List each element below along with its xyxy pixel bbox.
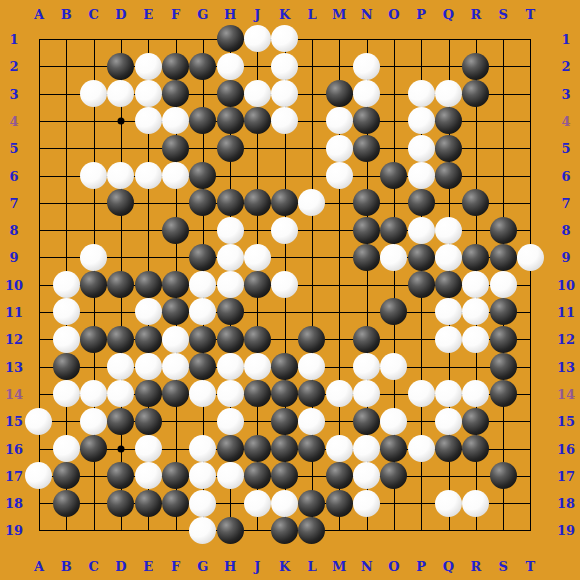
intersection-p13[interactable] xyxy=(408,353,435,380)
intersection-g15[interactable] xyxy=(189,408,216,435)
intersection-k10[interactable] xyxy=(271,271,298,298)
intersection-g3[interactable] xyxy=(189,80,216,107)
intersection-m3[interactable] xyxy=(326,80,353,107)
intersection-l16[interactable] xyxy=(298,435,325,462)
intersection-l11[interactable] xyxy=(298,298,325,325)
intersection-r14[interactable] xyxy=(462,380,489,407)
intersection-f11[interactable] xyxy=(162,298,189,325)
intersection-k2[interactable] xyxy=(271,53,298,80)
intersection-a2[interactable] xyxy=(25,53,52,80)
intersection-p11[interactable] xyxy=(408,298,435,325)
intersection-n19[interactable] xyxy=(353,517,380,544)
intersection-b12[interactable] xyxy=(53,326,80,353)
intersection-j16[interactable] xyxy=(244,435,271,462)
intersection-k11[interactable] xyxy=(271,298,298,325)
intersection-s9[interactable] xyxy=(489,244,516,271)
intersection-q17[interactable] xyxy=(435,462,462,489)
intersection-a13[interactable] xyxy=(25,353,52,380)
intersection-f18[interactable] xyxy=(162,489,189,516)
intersection-o8[interactable] xyxy=(380,216,407,243)
intersection-s13[interactable] xyxy=(489,353,516,380)
intersection-a8[interactable] xyxy=(25,216,52,243)
intersection-k16[interactable] xyxy=(271,435,298,462)
intersection-f3[interactable] xyxy=(162,80,189,107)
intersection-a12[interactable] xyxy=(25,326,52,353)
intersection-g11[interactable] xyxy=(189,298,216,325)
intersection-k14[interactable] xyxy=(271,380,298,407)
intersection-a17[interactable] xyxy=(25,462,52,489)
intersection-f14[interactable] xyxy=(162,380,189,407)
intersection-c17[interactable] xyxy=(80,462,107,489)
intersection-e12[interactable] xyxy=(135,326,162,353)
intersection-s17[interactable] xyxy=(489,462,516,489)
intersection-q11[interactable] xyxy=(435,298,462,325)
intersection-g12[interactable] xyxy=(189,326,216,353)
intersection-a14[interactable] xyxy=(25,380,52,407)
intersection-h5[interactable] xyxy=(216,135,243,162)
intersection-r17[interactable] xyxy=(462,462,489,489)
intersection-k18[interactable] xyxy=(271,489,298,516)
intersection-e16[interactable] xyxy=(135,435,162,462)
intersection-c5[interactable] xyxy=(80,135,107,162)
intersection-l4[interactable] xyxy=(298,107,325,134)
intersection-p6[interactable] xyxy=(408,162,435,189)
intersection-b18[interactable] xyxy=(53,489,80,516)
intersection-s4[interactable] xyxy=(489,107,516,134)
intersection-g6[interactable] xyxy=(189,162,216,189)
intersection-f6[interactable] xyxy=(162,162,189,189)
intersection-a4[interactable] xyxy=(25,107,52,134)
intersection-a18[interactable] xyxy=(25,489,52,516)
intersection-g16[interactable] xyxy=(189,435,216,462)
intersection-a9[interactable] xyxy=(25,244,52,271)
intersection-o10[interactable] xyxy=(380,271,407,298)
intersection-m4[interactable] xyxy=(326,107,353,134)
intersection-r16[interactable] xyxy=(462,435,489,462)
intersection-j8[interactable] xyxy=(244,216,271,243)
intersection-c10[interactable] xyxy=(80,271,107,298)
intersection-h12[interactable] xyxy=(216,326,243,353)
intersection-b2[interactable] xyxy=(53,53,80,80)
intersection-h15[interactable] xyxy=(216,408,243,435)
intersection-o19[interactable] xyxy=(380,517,407,544)
intersection-b6[interactable] xyxy=(53,162,80,189)
intersection-r8[interactable] xyxy=(462,216,489,243)
intersection-t10[interactable] xyxy=(517,271,544,298)
intersection-r3[interactable] xyxy=(462,80,489,107)
intersection-g14[interactable] xyxy=(189,380,216,407)
intersection-c4[interactable] xyxy=(80,107,107,134)
intersection-b4[interactable] xyxy=(53,107,80,134)
intersection-l6[interactable] xyxy=(298,162,325,189)
intersection-d14[interactable] xyxy=(107,380,134,407)
intersection-t3[interactable] xyxy=(517,80,544,107)
intersection-q8[interactable] xyxy=(435,216,462,243)
intersection-d10[interactable] xyxy=(107,271,134,298)
intersection-r9[interactable] xyxy=(462,244,489,271)
intersection-c18[interactable] xyxy=(80,489,107,516)
intersection-t4[interactable] xyxy=(517,107,544,134)
intersection-h8[interactable] xyxy=(216,216,243,243)
intersection-p8[interactable] xyxy=(408,216,435,243)
intersection-n12[interactable] xyxy=(353,326,380,353)
intersection-m5[interactable] xyxy=(326,135,353,162)
intersection-h1[interactable] xyxy=(216,25,243,52)
intersection-m2[interactable] xyxy=(326,53,353,80)
intersection-m1[interactable] xyxy=(326,25,353,52)
intersection-a16[interactable] xyxy=(25,435,52,462)
intersection-b19[interactable] xyxy=(53,517,80,544)
intersection-d18[interactable] xyxy=(107,489,134,516)
intersection-t11[interactable] xyxy=(517,298,544,325)
intersection-b10[interactable] xyxy=(53,271,80,298)
intersection-f16[interactable] xyxy=(162,435,189,462)
intersection-l17[interactable] xyxy=(298,462,325,489)
intersection-l18[interactable] xyxy=(298,489,325,516)
intersection-g1[interactable] xyxy=(189,25,216,52)
intersection-q5[interactable] xyxy=(435,135,462,162)
intersection-l1[interactable] xyxy=(298,25,325,52)
intersection-h13[interactable] xyxy=(216,353,243,380)
intersection-s11[interactable] xyxy=(489,298,516,325)
intersection-g5[interactable] xyxy=(189,135,216,162)
intersection-f17[interactable] xyxy=(162,462,189,489)
intersection-b9[interactable] xyxy=(53,244,80,271)
intersection-d6[interactable] xyxy=(107,162,134,189)
intersection-c13[interactable] xyxy=(80,353,107,380)
intersection-m11[interactable] xyxy=(326,298,353,325)
intersection-r1[interactable] xyxy=(462,25,489,52)
intersection-n1[interactable] xyxy=(353,25,380,52)
intersection-o5[interactable] xyxy=(380,135,407,162)
intersection-d1[interactable] xyxy=(107,25,134,52)
intersection-c2[interactable] xyxy=(80,53,107,80)
intersection-k15[interactable] xyxy=(271,408,298,435)
intersection-n7[interactable] xyxy=(353,189,380,216)
intersection-k12[interactable] xyxy=(271,326,298,353)
intersection-t6[interactable] xyxy=(517,162,544,189)
intersection-p5[interactable] xyxy=(408,135,435,162)
intersection-a1[interactable] xyxy=(25,25,52,52)
intersection-s15[interactable] xyxy=(489,408,516,435)
intersection-b11[interactable] xyxy=(53,298,80,325)
intersection-m15[interactable] xyxy=(326,408,353,435)
intersection-c6[interactable] xyxy=(80,162,107,189)
intersection-j7[interactable] xyxy=(244,189,271,216)
intersection-t12[interactable] xyxy=(517,326,544,353)
intersection-l3[interactable] xyxy=(298,80,325,107)
intersection-d17[interactable] xyxy=(107,462,134,489)
intersection-n8[interactable] xyxy=(353,216,380,243)
intersection-p3[interactable] xyxy=(408,80,435,107)
intersection-t14[interactable] xyxy=(517,380,544,407)
intersection-o7[interactable] xyxy=(380,189,407,216)
intersection-h11[interactable] xyxy=(216,298,243,325)
intersection-h14[interactable] xyxy=(216,380,243,407)
intersection-n2[interactable] xyxy=(353,53,380,80)
intersection-g18[interactable] xyxy=(189,489,216,516)
intersection-j10[interactable] xyxy=(244,271,271,298)
intersection-q7[interactable] xyxy=(435,189,462,216)
intersection-f7[interactable] xyxy=(162,189,189,216)
intersection-d19[interactable] xyxy=(107,517,134,544)
intersection-b17[interactable] xyxy=(53,462,80,489)
intersection-b8[interactable] xyxy=(53,216,80,243)
intersection-p9[interactable] xyxy=(408,244,435,271)
intersection-k9[interactable] xyxy=(271,244,298,271)
intersection-r12[interactable] xyxy=(462,326,489,353)
intersection-q15[interactable] xyxy=(435,408,462,435)
intersection-n6[interactable] xyxy=(353,162,380,189)
intersection-f8[interactable] xyxy=(162,216,189,243)
intersection-o9[interactable] xyxy=(380,244,407,271)
intersection-t2[interactable] xyxy=(517,53,544,80)
intersection-n14[interactable] xyxy=(353,380,380,407)
intersection-g4[interactable] xyxy=(189,107,216,134)
intersection-r6[interactable] xyxy=(462,162,489,189)
intersection-b7[interactable] xyxy=(53,189,80,216)
intersection-s16[interactable] xyxy=(489,435,516,462)
intersection-m19[interactable] xyxy=(326,517,353,544)
intersection-f12[interactable] xyxy=(162,326,189,353)
intersection-e2[interactable] xyxy=(135,53,162,80)
intersection-n15[interactable] xyxy=(353,408,380,435)
intersection-g17[interactable] xyxy=(189,462,216,489)
intersection-t13[interactable] xyxy=(517,353,544,380)
intersection-p1[interactable] xyxy=(408,25,435,52)
intersection-p2[interactable] xyxy=(408,53,435,80)
intersection-b14[interactable] xyxy=(53,380,80,407)
intersection-h6[interactable] xyxy=(216,162,243,189)
intersection-t16[interactable] xyxy=(517,435,544,462)
intersection-e6[interactable] xyxy=(135,162,162,189)
intersection-c11[interactable] xyxy=(80,298,107,325)
intersection-f9[interactable] xyxy=(162,244,189,271)
intersection-t19[interactable] xyxy=(517,517,544,544)
intersection-l13[interactable] xyxy=(298,353,325,380)
intersection-r19[interactable] xyxy=(462,517,489,544)
intersection-s10[interactable] xyxy=(489,271,516,298)
intersection-t5[interactable] xyxy=(517,135,544,162)
intersection-d7[interactable] xyxy=(107,189,134,216)
intersection-o3[interactable] xyxy=(380,80,407,107)
intersection-n16[interactable] xyxy=(353,435,380,462)
intersection-e17[interactable] xyxy=(135,462,162,489)
intersection-j3[interactable] xyxy=(244,80,271,107)
intersection-d16[interactable] xyxy=(107,435,134,462)
intersection-d13[interactable] xyxy=(107,353,134,380)
intersection-f4[interactable] xyxy=(162,107,189,134)
intersection-h16[interactable] xyxy=(216,435,243,462)
intersection-c7[interactable] xyxy=(80,189,107,216)
intersection-n18[interactable] xyxy=(353,489,380,516)
intersection-j2[interactable] xyxy=(244,53,271,80)
intersection-g2[interactable] xyxy=(189,53,216,80)
intersection-c3[interactable] xyxy=(80,80,107,107)
intersection-s12[interactable] xyxy=(489,326,516,353)
intersection-f15[interactable] xyxy=(162,408,189,435)
intersection-j4[interactable] xyxy=(244,107,271,134)
intersection-e5[interactable] xyxy=(135,135,162,162)
intersection-o16[interactable] xyxy=(380,435,407,462)
intersection-m14[interactable] xyxy=(326,380,353,407)
intersection-e4[interactable] xyxy=(135,107,162,134)
intersection-q3[interactable] xyxy=(435,80,462,107)
intersection-o17[interactable] xyxy=(380,462,407,489)
intersection-s1[interactable] xyxy=(489,25,516,52)
intersection-f19[interactable] xyxy=(162,517,189,544)
intersection-s5[interactable] xyxy=(489,135,516,162)
intersection-g9[interactable] xyxy=(189,244,216,271)
intersection-t1[interactable] xyxy=(517,25,544,52)
intersection-j9[interactable] xyxy=(244,244,271,271)
intersection-k7[interactable] xyxy=(271,189,298,216)
intersection-k1[interactable] xyxy=(271,25,298,52)
intersection-j1[interactable] xyxy=(244,25,271,52)
intersection-e1[interactable] xyxy=(135,25,162,52)
intersection-b15[interactable] xyxy=(53,408,80,435)
intersection-c14[interactable] xyxy=(80,380,107,407)
intersection-d12[interactable] xyxy=(107,326,134,353)
intersection-l10[interactable] xyxy=(298,271,325,298)
intersection-a7[interactable] xyxy=(25,189,52,216)
intersection-s8[interactable] xyxy=(489,216,516,243)
intersection-c9[interactable] xyxy=(80,244,107,271)
intersection-h9[interactable] xyxy=(216,244,243,271)
intersection-k4[interactable] xyxy=(271,107,298,134)
intersection-n11[interactable] xyxy=(353,298,380,325)
intersection-o6[interactable] xyxy=(380,162,407,189)
intersection-b5[interactable] xyxy=(53,135,80,162)
intersection-n5[interactable] xyxy=(353,135,380,162)
intersection-e8[interactable] xyxy=(135,216,162,243)
intersection-n4[interactable] xyxy=(353,107,380,134)
intersection-p12[interactable] xyxy=(408,326,435,353)
intersection-t18[interactable] xyxy=(517,489,544,516)
intersection-d9[interactable] xyxy=(107,244,134,271)
intersection-l15[interactable] xyxy=(298,408,325,435)
intersection-s18[interactable] xyxy=(489,489,516,516)
intersection-m7[interactable] xyxy=(326,189,353,216)
intersection-p4[interactable] xyxy=(408,107,435,134)
intersection-r10[interactable] xyxy=(462,271,489,298)
intersection-l2[interactable] xyxy=(298,53,325,80)
intersection-h10[interactable] xyxy=(216,271,243,298)
intersection-h4[interactable] xyxy=(216,107,243,134)
intersection-k6[interactable] xyxy=(271,162,298,189)
intersection-c19[interactable] xyxy=(80,517,107,544)
intersection-m9[interactable] xyxy=(326,244,353,271)
intersection-q6[interactable] xyxy=(435,162,462,189)
intersection-a3[interactable] xyxy=(25,80,52,107)
intersection-k8[interactable] xyxy=(271,216,298,243)
intersection-m12[interactable] xyxy=(326,326,353,353)
intersection-m6[interactable] xyxy=(326,162,353,189)
intersection-j15[interactable] xyxy=(244,408,271,435)
intersection-m16[interactable] xyxy=(326,435,353,462)
intersection-o13[interactable] xyxy=(380,353,407,380)
intersection-q9[interactable] xyxy=(435,244,462,271)
intersection-c8[interactable] xyxy=(80,216,107,243)
intersection-l9[interactable] xyxy=(298,244,325,271)
intersection-f10[interactable] xyxy=(162,271,189,298)
intersection-b3[interactable] xyxy=(53,80,80,107)
intersection-e11[interactable] xyxy=(135,298,162,325)
intersection-q1[interactable] xyxy=(435,25,462,52)
intersection-p19[interactable] xyxy=(408,517,435,544)
intersection-r18[interactable] xyxy=(462,489,489,516)
intersection-n17[interactable] xyxy=(353,462,380,489)
intersection-p14[interactable] xyxy=(408,380,435,407)
intersection-r15[interactable] xyxy=(462,408,489,435)
intersection-o15[interactable] xyxy=(380,408,407,435)
intersection-q16[interactable] xyxy=(435,435,462,462)
intersection-e19[interactable] xyxy=(135,517,162,544)
intersection-n3[interactable] xyxy=(353,80,380,107)
intersection-t15[interactable] xyxy=(517,408,544,435)
intersection-q13[interactable] xyxy=(435,353,462,380)
intersection-a10[interactable] xyxy=(25,271,52,298)
intersection-h19[interactable] xyxy=(216,517,243,544)
intersection-f1[interactable] xyxy=(162,25,189,52)
intersection-c1[interactable] xyxy=(80,25,107,52)
intersection-n9[interactable] xyxy=(353,244,380,271)
intersection-s14[interactable] xyxy=(489,380,516,407)
intersection-l8[interactable] xyxy=(298,216,325,243)
intersection-a11[interactable] xyxy=(25,298,52,325)
intersection-l19[interactable] xyxy=(298,517,325,544)
intersection-p10[interactable] xyxy=(408,271,435,298)
intersection-s7[interactable] xyxy=(489,189,516,216)
intersection-l12[interactable] xyxy=(298,326,325,353)
intersection-j19[interactable] xyxy=(244,517,271,544)
intersection-f5[interactable] xyxy=(162,135,189,162)
intersection-j11[interactable] xyxy=(244,298,271,325)
intersection-o2[interactable] xyxy=(380,53,407,80)
intersection-a15[interactable] xyxy=(25,408,52,435)
intersection-d2[interactable] xyxy=(107,53,134,80)
intersection-b13[interactable] xyxy=(53,353,80,380)
intersection-o11[interactable] xyxy=(380,298,407,325)
intersection-d15[interactable] xyxy=(107,408,134,435)
intersection-m18[interactable] xyxy=(326,489,353,516)
intersection-k17[interactable] xyxy=(271,462,298,489)
intersection-l7[interactable] xyxy=(298,189,325,216)
intersection-g19[interactable] xyxy=(189,517,216,544)
intersection-r7[interactable] xyxy=(462,189,489,216)
intersection-f2[interactable] xyxy=(162,53,189,80)
intersection-s6[interactable] xyxy=(489,162,516,189)
intersection-c12[interactable] xyxy=(80,326,107,353)
intersection-g7[interactable] xyxy=(189,189,216,216)
intersection-d4[interactable] xyxy=(107,107,134,134)
intersection-h3[interactable] xyxy=(216,80,243,107)
intersection-c15[interactable] xyxy=(80,408,107,435)
intersection-h7[interactable] xyxy=(216,189,243,216)
intersection-o18[interactable] xyxy=(380,489,407,516)
intersection-b16[interactable] xyxy=(53,435,80,462)
intersection-l5[interactable] xyxy=(298,135,325,162)
intersection-h17[interactable] xyxy=(216,462,243,489)
intersection-p17[interactable] xyxy=(408,462,435,489)
intersection-l14[interactable] xyxy=(298,380,325,407)
intersection-r2[interactable] xyxy=(462,53,489,80)
intersection-d8[interactable] xyxy=(107,216,134,243)
intersection-j17[interactable] xyxy=(244,462,271,489)
intersection-h2[interactable] xyxy=(216,53,243,80)
intersection-s2[interactable] xyxy=(489,53,516,80)
intersection-m17[interactable] xyxy=(326,462,353,489)
